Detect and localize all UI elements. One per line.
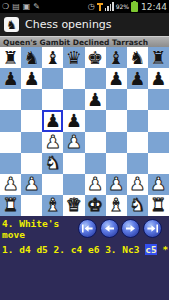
move-token[interactable]: 2. <box>54 244 65 255</box>
square-c4[interactable]: ♟ <box>42 132 63 153</box>
square-a7[interactable]: ♟ <box>0 68 21 89</box>
piece-white-pawn: ♟ <box>150 175 166 193</box>
piece-white-knight: ♞ <box>45 154 61 172</box>
square-f6[interactable] <box>106 89 127 110</box>
square-d8[interactable]: ♛ <box>63 47 84 68</box>
data-network-icon <box>97 3 103 11</box>
piece-white-pawn: ♟ <box>87 175 103 193</box>
square-b3[interactable] <box>21 153 42 174</box>
square-f8[interactable]: ♝ <box>106 47 127 68</box>
piece-white-pawn: ♟ <box>108 175 124 193</box>
piece-black-pawn: ♟ <box>45 112 61 130</box>
step-forward-button[interactable] <box>121 219 140 238</box>
square-d6[interactable] <box>63 89 84 110</box>
square-h3[interactable] <box>148 153 169 174</box>
square-e8[interactable]: ♚ <box>85 47 106 68</box>
chess-board: ♜♞♝♛♚♝♞♜♟♟♟♟♟♟♟♟♟♟♞♟♟♟♟♟♟♜♝♛♚♝♞♜ <box>0 47 169 216</box>
square-f1[interactable]: ♝ <box>106 195 127 216</box>
square-h1[interactable]: ♜ <box>148 195 169 216</box>
piece-black-pawn: ♟ <box>2 70 18 88</box>
square-d4[interactable]: ♟ <box>63 132 84 153</box>
square-d3[interactable] <box>63 153 84 174</box>
piece-black-bishop: ♝ <box>45 49 61 67</box>
square-f3[interactable] <box>106 153 127 174</box>
square-d1[interactable]: ♛ <box>63 195 84 216</box>
piece-white-pawn: ♟ <box>24 175 40 193</box>
battery-icon <box>131 2 138 12</box>
square-f5[interactable] <box>106 110 127 131</box>
piece-white-rook: ♜ <box>150 196 166 214</box>
piece-black-pawn: ♟ <box>150 70 166 88</box>
piece-white-bishop: ♝ <box>45 196 61 214</box>
square-c6[interactable] <box>42 89 63 110</box>
notification-icons: ❍ ▤ ▣ ✎ <box>2 0 40 13</box>
move-token[interactable]: e6 <box>88 244 99 255</box>
alarm-icon: ◷ <box>88 2 95 11</box>
opening-name-bar: Queen's Gambit Declined Tarrasch <box>0 36 169 47</box>
piece-white-pawn: ♟ <box>129 175 145 193</box>
piece-white-rook: ♜ <box>2 196 18 214</box>
square-e2[interactable]: ♟ <box>85 174 106 195</box>
go-to-start-icon <box>82 224 93 233</box>
app-knight-icon: ♞ <box>4 17 19 32</box>
square-g6[interactable] <box>127 89 148 110</box>
piece-white-pawn: ♟ <box>45 133 61 151</box>
chess-openings-app: ❍ ▤ ▣ ✎ ◷ 92% 12:44 ♞ Chess openings Que… <box>0 0 169 300</box>
step-back-button[interactable] <box>100 219 119 238</box>
square-c2[interactable] <box>42 174 63 195</box>
move-token[interactable]: 3. <box>105 244 116 255</box>
square-c8[interactable]: ♝ <box>42 47 63 68</box>
signal-strength-icon <box>105 2 114 11</box>
square-h2[interactable]: ♟ <box>148 174 169 195</box>
battery-percent-label: 92% <box>116 3 129 10</box>
square-b7[interactable]: ♟ <box>21 68 42 89</box>
square-b6[interactable] <box>21 89 42 110</box>
square-e3[interactable] <box>85 153 106 174</box>
square-f4[interactable] <box>106 132 127 153</box>
move-token[interactable]: * <box>162 244 168 255</box>
square-g8[interactable]: ♞ <box>127 47 148 68</box>
piece-white-pawn: ♟ <box>66 133 82 151</box>
opening-name: Queen's Gambit Declined Tarrasch <box>3 38 148 47</box>
square-c1[interactable]: ♝ <box>42 195 63 216</box>
piece-black-pawn: ♟ <box>108 70 124 88</box>
move-token[interactable]: d5 <box>36 244 47 255</box>
square-g5[interactable] <box>127 110 148 131</box>
move-token[interactable]: 1. <box>2 244 13 255</box>
square-a1[interactable]: ♜ <box>0 195 21 216</box>
piece-white-pawn: ♟ <box>2 175 18 193</box>
piece-black-queen: ♛ <box>66 49 82 67</box>
piece-black-pawn: ♟ <box>87 91 103 109</box>
piece-black-rook: ♜ <box>150 49 166 67</box>
piece-black-pawn: ♟ <box>129 70 145 88</box>
move-panel: 4. White's move 1. d4 d5 2. c4 e6 3. Nc3… <box>0 216 169 300</box>
square-e7[interactable] <box>85 68 106 89</box>
go-to-start-button[interactable] <box>78 219 97 238</box>
square-a4[interactable] <box>0 132 21 153</box>
piece-black-pawn: ♟ <box>66 112 82 130</box>
square-a8[interactable]: ♜ <box>0 47 21 68</box>
piece-black-knight: ♞ <box>129 49 145 67</box>
square-a2[interactable]: ♟ <box>0 174 21 195</box>
camera-icon: ▣ <box>23 0 31 13</box>
square-g7[interactable]: ♟ <box>127 68 148 89</box>
square-g3[interactable] <box>127 153 148 174</box>
piece-white-king: ♚ <box>87 196 103 214</box>
piece-black-bishop: ♝ <box>108 49 124 67</box>
status-bar: ❍ ▤ ▣ ✎ ◷ 92% 12:44 <box>0 0 169 13</box>
move-token-current[interactable]: c5 <box>145 244 156 255</box>
square-c3[interactable]: ♞ <box>42 153 63 174</box>
note-icon: ▤ <box>12 0 20 13</box>
square-d7[interactable] <box>63 68 84 89</box>
square-e6[interactable]: ♟ <box>85 89 106 110</box>
square-d2[interactable] <box>63 174 84 195</box>
move-status-label: 4. White's move <box>2 218 78 240</box>
square-h4[interactable] <box>148 132 169 153</box>
square-b4[interactable] <box>21 132 42 153</box>
square-b8[interactable]: ♞ <box>21 47 42 68</box>
square-h7[interactable]: ♟ <box>148 68 169 89</box>
go-to-end-icon <box>147 224 158 233</box>
square-f7[interactable]: ♟ <box>106 68 127 89</box>
go-to-end-button[interactable] <box>143 219 162 238</box>
square-e4[interactable] <box>85 132 106 153</box>
move-list: 1. d4 d5 2. c4 e6 3. Nc3 c5 * <box>2 244 167 255</box>
square-g2[interactable]: ♟ <box>127 174 148 195</box>
square-b5[interactable] <box>21 110 42 131</box>
move-token[interactable]: d4 <box>19 244 30 255</box>
navigation-buttons <box>78 219 162 238</box>
system-status-icons: ◷ 92% 12:44 <box>88 2 167 12</box>
chat-bubble-icon: ❍ <box>2 0 9 13</box>
square-e5[interactable] <box>85 110 106 131</box>
square-h5[interactable] <box>148 110 169 131</box>
square-f2[interactable]: ♟ <box>106 174 127 195</box>
move-token[interactable]: c4 <box>71 244 82 255</box>
piece-white-bishop: ♝ <box>108 196 124 214</box>
square-a3[interactable] <box>0 153 21 174</box>
square-h6[interactable] <box>148 89 169 110</box>
move-token[interactable]: Nc3 <box>122 244 139 255</box>
piece-black-knight: ♞ <box>24 49 40 67</box>
piece-black-pawn: ♟ <box>24 70 40 88</box>
clock-label: 12:44 <box>141 2 167 12</box>
square-d5[interactable]: ♟ <box>63 110 84 131</box>
app-title-bar: ♞ Chess openings <box>0 13 169 36</box>
square-c7[interactable] <box>42 68 63 89</box>
square-e1[interactable]: ♚ <box>85 195 106 216</box>
square-a5[interactable] <box>0 110 21 131</box>
square-g4[interactable] <box>127 132 148 153</box>
square-a6[interactable] <box>0 89 21 110</box>
step-back-icon <box>104 224 115 233</box>
square-g1[interactable]: ♞ <box>127 195 148 216</box>
square-h8[interactable]: ♜ <box>148 47 169 68</box>
step-forward-icon <box>125 224 136 233</box>
pencil-icon: ✎ <box>33 0 40 13</box>
piece-black-rook: ♜ <box>2 49 18 67</box>
square-c5[interactable]: ♟ <box>42 110 63 131</box>
piece-white-knight: ♞ <box>129 196 145 214</box>
piece-black-king: ♚ <box>87 49 103 67</box>
square-b1[interactable] <box>21 195 42 216</box>
square-b2[interactable]: ♟ <box>21 174 42 195</box>
app-title: Chess openings <box>25 18 112 31</box>
piece-white-queen: ♛ <box>66 196 82 214</box>
